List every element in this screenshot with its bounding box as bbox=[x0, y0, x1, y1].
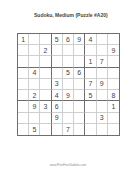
sudoku-cell bbox=[18, 101, 29, 112]
sudoku-cell bbox=[40, 79, 51, 90]
sudoku-cell bbox=[40, 113, 51, 124]
sudoku-cell bbox=[108, 124, 119, 135]
sudoku-cell bbox=[85, 113, 96, 124]
sudoku-cell bbox=[85, 101, 96, 112]
sudoku-cell: 9 bbox=[108, 45, 119, 56]
sudoku-cell: 7 bbox=[97, 56, 108, 67]
sudoku-cell: 9 bbox=[74, 34, 85, 45]
sudoku-cell bbox=[97, 68, 108, 79]
sudoku-cell bbox=[63, 113, 74, 124]
sudoku-cell: 9 bbox=[97, 79, 108, 90]
sudoku-cell: 1 bbox=[85, 56, 96, 67]
sudoku-cell bbox=[63, 45, 74, 56]
sudoku-cell: 2 bbox=[40, 45, 51, 56]
sudoku-cell bbox=[52, 124, 63, 135]
sudoku-cell: 9 bbox=[52, 113, 63, 124]
sudoku-cell: 3 bbox=[97, 113, 108, 124]
sudoku-cell bbox=[29, 79, 40, 90]
sudoku-cell bbox=[63, 56, 74, 67]
sudoku-cell bbox=[40, 34, 51, 45]
sudoku-cell bbox=[108, 68, 119, 79]
sudoku-cell bbox=[108, 113, 119, 124]
sudoku-cell bbox=[29, 45, 40, 56]
sudoku-cell bbox=[29, 56, 40, 67]
sudoku-cell bbox=[18, 90, 29, 101]
sudoku-cell bbox=[74, 56, 85, 67]
sudoku-cell bbox=[74, 45, 85, 56]
sudoku-cell bbox=[18, 56, 29, 67]
sudoku-cell bbox=[85, 68, 96, 79]
sudoku-cell bbox=[74, 79, 85, 90]
sudoku-cell bbox=[97, 101, 108, 112]
sudoku-cell bbox=[52, 68, 63, 79]
sudoku-cell bbox=[74, 90, 85, 101]
puzzle-title: Sudoku, Medium (Puzzle #A20) bbox=[34, 13, 102, 18]
sudoku-cell bbox=[18, 113, 29, 124]
sudoku-cell bbox=[97, 45, 108, 56]
sudoku-cell bbox=[74, 113, 85, 124]
sudoku-cell bbox=[63, 79, 74, 90]
sudoku-cell bbox=[85, 45, 96, 56]
sudoku-cell bbox=[18, 45, 29, 56]
sudoku-cell bbox=[63, 101, 74, 112]
sudoku-cell: 6 bbox=[52, 101, 63, 112]
sudoku-cell: 1 bbox=[108, 101, 119, 112]
sudoku-cell bbox=[40, 56, 51, 67]
sudoku-cell: 5 bbox=[85, 90, 96, 101]
sudoku-cell bbox=[74, 101, 85, 112]
sudoku-cell: 9 bbox=[29, 101, 40, 112]
sudoku-cell: 5 bbox=[52, 34, 63, 45]
sudoku-cell bbox=[74, 124, 85, 135]
sudoku-cell bbox=[18, 124, 29, 135]
sudoku-cell: 6 bbox=[63, 34, 74, 45]
sudoku-cell: 9 bbox=[63, 90, 74, 101]
sudoku-cell: 7 bbox=[85, 79, 96, 90]
sudoku-board: 1569429174563792495893619357 bbox=[17, 33, 120, 136]
sudoku-cell bbox=[85, 124, 96, 135]
sudoku-cell bbox=[40, 68, 51, 79]
sudoku-cell bbox=[29, 34, 40, 45]
sudoku-cell: 4 bbox=[29, 68, 40, 79]
sudoku-cell: 4 bbox=[85, 34, 96, 45]
sudoku-cell: 5 bbox=[63, 68, 74, 79]
sudoku-cell bbox=[108, 56, 119, 67]
sudoku-cell bbox=[40, 124, 51, 135]
sudoku-cell: 2 bbox=[29, 90, 40, 101]
sudoku-cell: 1 bbox=[18, 34, 29, 45]
sudoku-cell: 3 bbox=[40, 101, 51, 112]
sudoku-cell bbox=[40, 90, 51, 101]
sudoku-cell: 8 bbox=[108, 90, 119, 101]
sudoku-cell: 5 bbox=[29, 124, 40, 135]
sudoku-cell bbox=[108, 79, 119, 90]
sudoku-cell: 6 bbox=[74, 68, 85, 79]
sudoku-cell bbox=[18, 68, 29, 79]
sudoku-cell bbox=[108, 34, 119, 45]
sudoku-cell bbox=[97, 34, 108, 45]
puzzle-page: Sudoku, Medium (Puzzle #A20) 15694291745… bbox=[0, 0, 136, 176]
footer-url: www.PrintFreeSudoku.com bbox=[39, 163, 97, 166]
sudoku-cell bbox=[97, 124, 108, 135]
sudoku-cell: 7 bbox=[63, 124, 74, 135]
sudoku-cell bbox=[97, 90, 108, 101]
sudoku-cell: 3 bbox=[52, 79, 63, 90]
sudoku-cell bbox=[29, 113, 40, 124]
sudoku-cell bbox=[52, 56, 63, 67]
sudoku-cell bbox=[52, 45, 63, 56]
sudoku-cell bbox=[18, 79, 29, 90]
sudoku-cell: 4 bbox=[52, 90, 63, 101]
